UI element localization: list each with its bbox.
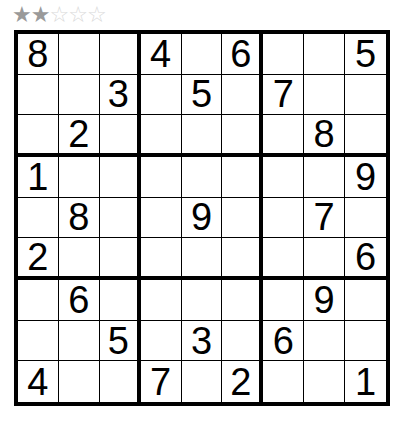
cell-r6c2[interactable] — [59, 238, 100, 280]
cell-r1c4[interactable]: 4 — [141, 34, 182, 75]
cell-r1c5[interactable] — [182, 34, 223, 75]
cell-r9c6[interactable]: 2 — [222, 361, 263, 402]
cell-r8c5[interactable]: 3 — [182, 321, 223, 362]
sudoku-page: ★★☆☆☆ 8465357281989726695364721 — [0, 0, 403, 421]
cell-r3c7[interactable] — [263, 115, 304, 157]
cell-r6c7[interactable] — [263, 238, 304, 280]
cell-r8c7[interactable]: 6 — [263, 321, 304, 362]
cell-r7c9[interactable] — [345, 280, 386, 321]
cell-r9c3[interactable] — [100, 361, 141, 402]
cell-r6c9[interactable]: 6 — [345, 238, 386, 280]
cell-r9c9[interactable]: 1 — [345, 361, 386, 402]
cell-r6c5[interactable] — [182, 238, 223, 280]
cell-r5c5[interactable]: 9 — [182, 198, 223, 239]
cell-r3c9[interactable] — [345, 115, 386, 157]
cell-r4c6[interactable] — [222, 157, 263, 198]
star-filled-icon: ★ — [31, 4, 50, 26]
difficulty-rating: ★★☆☆☆ — [12, 2, 106, 28]
cell-r8c9[interactable] — [345, 321, 386, 362]
cell-r5c3[interactable] — [100, 198, 141, 239]
cell-r2c2[interactable] — [59, 75, 100, 116]
cell-r7c6[interactable] — [222, 280, 263, 321]
cell-r7c2[interactable]: 6 — [59, 280, 100, 321]
star-empty-icon: ☆ — [87, 4, 106, 26]
cell-r3c2[interactable]: 2 — [59, 115, 100, 157]
cell-r2c4[interactable] — [141, 75, 182, 116]
star-empty-icon: ☆ — [49, 4, 68, 26]
cell-r4c2[interactable] — [59, 157, 100, 198]
cell-r3c3[interactable] — [100, 115, 141, 157]
cell-r8c4[interactable] — [141, 321, 182, 362]
cell-r5c4[interactable] — [141, 198, 182, 239]
cell-r7c1[interactable] — [18, 280, 59, 321]
cell-r5c8[interactable]: 7 — [304, 198, 345, 239]
cell-r7c4[interactable] — [141, 280, 182, 321]
cell-r3c4[interactable] — [141, 115, 182, 157]
cell-r5c6[interactable] — [222, 198, 263, 239]
cell-r1c7[interactable] — [263, 34, 304, 75]
cell-r4c9[interactable]: 9 — [345, 157, 386, 198]
cell-r2c5[interactable]: 5 — [182, 75, 223, 116]
cell-r9c7[interactable] — [263, 361, 304, 402]
cell-r4c7[interactable] — [263, 157, 304, 198]
cell-r8c8[interactable] — [304, 321, 345, 362]
cell-r9c8[interactable] — [304, 361, 345, 402]
cell-r6c8[interactable] — [304, 238, 345, 280]
cell-r2c7[interactable]: 7 — [263, 75, 304, 116]
cell-r9c2[interactable] — [59, 361, 100, 402]
cell-r4c1[interactable]: 1 — [18, 157, 59, 198]
cell-r7c8[interactable]: 9 — [304, 280, 345, 321]
star-filled-icon: ★ — [12, 4, 31, 26]
cell-r1c9[interactable]: 5 — [345, 34, 386, 75]
cell-r1c8[interactable] — [304, 34, 345, 75]
cell-r2c1[interactable] — [18, 75, 59, 116]
cell-r4c8[interactable] — [304, 157, 345, 198]
cell-r8c1[interactable] — [18, 321, 59, 362]
cell-r5c7[interactable] — [263, 198, 304, 239]
cell-r8c3[interactable]: 5 — [100, 321, 141, 362]
cell-r6c1[interactable]: 2 — [18, 238, 59, 280]
cell-r9c4[interactable]: 7 — [141, 361, 182, 402]
cell-r8c6[interactable] — [222, 321, 263, 362]
cell-r2c9[interactable] — [345, 75, 386, 116]
cell-r6c4[interactable] — [141, 238, 182, 280]
cell-r5c1[interactable] — [18, 198, 59, 239]
cell-r6c6[interactable] — [222, 238, 263, 280]
cell-r2c3[interactable]: 3 — [100, 75, 141, 116]
cell-r7c5[interactable] — [182, 280, 223, 321]
cell-r3c1[interactable] — [18, 115, 59, 157]
cell-r3c6[interactable] — [222, 115, 263, 157]
cell-r1c1[interactable]: 8 — [18, 34, 59, 75]
star-empty-icon: ☆ — [68, 4, 87, 26]
cell-r4c4[interactable] — [141, 157, 182, 198]
cell-r6c3[interactable] — [100, 238, 141, 280]
cell-r3c8[interactable]: 8 — [304, 115, 345, 157]
cell-r1c2[interactable] — [59, 34, 100, 75]
cell-r1c6[interactable]: 6 — [222, 34, 263, 75]
cell-r8c2[interactable] — [59, 321, 100, 362]
cell-r5c9[interactable] — [345, 198, 386, 239]
cell-r4c3[interactable] — [100, 157, 141, 198]
cell-r9c1[interactable]: 4 — [18, 361, 59, 402]
cell-r7c7[interactable] — [263, 280, 304, 321]
cell-r5c2[interactable]: 8 — [59, 198, 100, 239]
cell-r9c5[interactable] — [182, 361, 223, 402]
cell-r2c8[interactable] — [304, 75, 345, 116]
sudoku-board: 8465357281989726695364721 — [14, 30, 390, 406]
cell-r4c5[interactable] — [182, 157, 223, 198]
cell-r1c3[interactable] — [100, 34, 141, 75]
cell-r3c5[interactable] — [182, 115, 223, 157]
cell-r2c6[interactable] — [222, 75, 263, 116]
cell-r7c3[interactable] — [100, 280, 141, 321]
